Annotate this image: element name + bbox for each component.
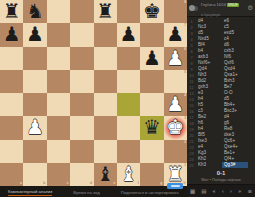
move-number: 18 — [187, 121, 196, 126]
file-coord-a: a — [20, 182, 22, 185]
square-d8[interactable] — [70, 0, 93, 23]
square-g7[interactable] — [140, 23, 163, 46]
square-c6[interactable] — [47, 47, 70, 70]
move-number: 20 — [187, 133, 196, 138]
move-number: 7 — [187, 55, 196, 60]
engine-info: Глубина 16/16NNUE в браузере — [201, 0, 247, 18]
square-a3[interactable] — [0, 116, 23, 139]
square-c2[interactable] — [47, 140, 70, 163]
square-f8[interactable] — [117, 0, 140, 23]
square-d2[interactable] — [70, 140, 93, 163]
square-d7[interactable] — [70, 23, 93, 46]
square-h7[interactable]: ♟7 — [164, 23, 187, 46]
next-move-icon[interactable]: › — [230, 185, 232, 197]
black-pawn-h7[interactable]: ♟ — [166, 23, 184, 46]
move-number: 19 — [187, 127, 196, 132]
move-list: 1d4e62Nc3c53d5exd54Nxd5c45Bf4d66b4cxb37a… — [187, 17, 255, 169]
square-g2[interactable] — [140, 140, 163, 163]
black-king-g8[interactable]: ♚ — [143, 0, 161, 23]
chess-board[interactable]: ♜♞♜♚8♟♟♟♟7♟♟65♟4♟♛♚32abcd♝e♝fg♜1h — [0, 0, 187, 186]
white-pawn-b3[interactable]: ♟ — [26, 116, 44, 139]
move-number: 6 — [187, 49, 196, 54]
square-b2[interactable] — [23, 140, 46, 163]
move-number: 4 — [187, 37, 196, 42]
square-e5[interactable] — [94, 70, 117, 93]
engine-toggle[interactable] — [189, 6, 198, 11]
square-c3[interactable] — [47, 116, 70, 139]
square-e1[interactable]: ♝e — [94, 163, 117, 186]
square-a4[interactable] — [0, 93, 23, 116]
move-number: 1 — [187, 19, 196, 24]
square-b8[interactable]: ♞ — [23, 0, 46, 23]
move-number: 17 — [187, 115, 196, 120]
file-coord-d: d — [90, 182, 92, 185]
move-number: 5 — [187, 43, 196, 48]
square-b5[interactable] — [23, 70, 46, 93]
square-c5[interactable] — [47, 70, 70, 93]
move-number: 3 — [187, 31, 196, 36]
square-f4[interactable] — [117, 93, 140, 116]
square-g5[interactable] — [140, 70, 163, 93]
blue-badge-glyph — [171, 185, 180, 187]
move-25-white[interactable]: Kh3 — [196, 162, 222, 168]
square-e8[interactable]: ♜ — [94, 0, 117, 23]
square-g1[interactable]: g — [140, 163, 163, 186]
gear-icon[interactable]: ⚙ — [247, 4, 253, 12]
square-d4[interactable] — [70, 93, 93, 116]
black-pawn-g6[interactable]: ♟ — [143, 47, 161, 70]
square-h6[interactable]: ♟6 — [164, 47, 187, 70]
tab-computer-analysis[interactable]: Компьютерный анализ — [8, 187, 52, 196]
last-move-icon[interactable]: » — [238, 185, 241, 197]
square-a2[interactable] — [0, 140, 23, 163]
square-f3[interactable] — [117, 116, 140, 139]
square-b3[interactable]: ♟ — [23, 116, 46, 139]
move-number: 13 — [187, 91, 196, 96]
board-area: ♜♞♜♚8♟♟♟♟7♟♟65♟4♟♛♚32abcd♝e♝fg♜1h Компью… — [0, 0, 187, 197]
square-h8[interactable]: 8 — [164, 0, 187, 23]
first-move-icon[interactable]: « — [212, 185, 215, 197]
square-d5[interactable] — [70, 70, 93, 93]
file-coord-e: e — [114, 182, 116, 185]
rank-coord-6: 6 — [184, 48, 186, 51]
file-coord-h: h — [184, 182, 186, 185]
move-number: 10 — [187, 73, 196, 78]
white-pawn-h6[interactable]: ♟ — [166, 47, 184, 70]
square-d6[interactable] — [70, 47, 93, 70]
square-b6[interactable] — [23, 47, 46, 70]
move-number: 9 — [187, 67, 196, 72]
move-number: 14 — [187, 97, 196, 102]
white-bishop-f1[interactable]: ♝ — [120, 163, 138, 186]
result-block: 0-1 Мат • Победа чёрных — [187, 169, 255, 185]
black-bishop-e1[interactable]: ♝ — [96, 163, 114, 186]
square-g3[interactable]: ♛ — [140, 116, 163, 139]
square-e7[interactable] — [94, 23, 117, 46]
rank-coord-8: 8 — [184, 1, 186, 4]
black-rook-a8[interactable]: ♜ — [3, 0, 21, 23]
square-g4[interactable] — [140, 93, 163, 116]
rank-coord-1: 1 — [184, 164, 186, 167]
engine-header: Глубина 16/16NNUE в браузере ⚙ — [187, 0, 255, 17]
file-coord-f: f — [138, 182, 139, 185]
prev-move-icon[interactable]: ‹ — [222, 185, 224, 197]
square-f6[interactable] — [117, 47, 140, 70]
white-king-h3[interactable]: ♚ — [166, 116, 184, 139]
move-number: 12 — [187, 85, 196, 90]
square-a6[interactable] — [0, 47, 23, 70]
white-pawn-h4[interactable]: ♟ — [166, 93, 184, 116]
square-d1[interactable]: d — [70, 163, 93, 186]
square-h2[interactable]: 2 — [164, 140, 187, 163]
rank-coord-4: 4 — [184, 94, 186, 97]
square-a7[interactable]: ♟ — [0, 23, 23, 46]
move-number: 21 — [187, 139, 196, 144]
square-g6[interactable]: ♟ — [140, 47, 163, 70]
square-c8[interactable] — [47, 0, 70, 23]
rank-coord-2: 2 — [184, 141, 186, 144]
tools-icon[interactable]: ▦ — [190, 185, 195, 197]
black-knight-b8[interactable]: ♞ — [26, 0, 44, 23]
square-c4[interactable] — [47, 93, 70, 116]
move-number: 23 — [187, 151, 196, 156]
engine-toggle-knob — [189, 5, 195, 11]
square-f2[interactable] — [117, 140, 140, 163]
move-panel: Глубина 16/16NNUE в браузере ⚙ 1d4e62Nc3… — [187, 0, 255, 197]
square-h3[interactable]: ♚3 — [164, 116, 187, 139]
square-b1[interactable]: b — [23, 163, 46, 186]
square-a5[interactable] — [0, 70, 23, 93]
square-e6[interactable] — [94, 47, 117, 70]
menu-icon[interactable]: ≡ — [247, 185, 252, 197]
move-number: 15 — [187, 103, 196, 108]
black-rook-e8[interactable]: ♜ — [96, 0, 114, 23]
move-number: 8 — [187, 61, 196, 66]
file-coord-g: g — [160, 182, 162, 185]
square-a1[interactable]: a — [0, 163, 23, 186]
move-number: 24 — [187, 157, 196, 162]
square-e2[interactable] — [94, 140, 117, 163]
rank-coord-7: 7 — [184, 24, 186, 27]
file-coord-c: c — [67, 182, 69, 185]
underboard-tabs: Компьютерный анализВремя на ходПоделитьс… — [0, 186, 187, 197]
blue-corner-badge[interactable] — [167, 183, 183, 189]
square-e3[interactable] — [94, 116, 117, 139]
tab-move-times[interactable]: Время на ход — [73, 188, 99, 196]
rank-coord-5: 5 — [184, 71, 186, 74]
move-number: 11 — [187, 79, 196, 84]
square-f7[interactable]: ♟ — [117, 23, 140, 46]
square-c1[interactable]: c — [47, 163, 70, 186]
book-icon[interactable]: ▤ — [201, 185, 206, 197]
move-number: 2 — [187, 25, 196, 30]
black-pawn-b7[interactable]: ♟ — [26, 23, 44, 46]
rank-coord-3: 3 — [184, 117, 186, 120]
move-row-25: 25Kh3Qg3# — [187, 162, 255, 168]
move-number: 25 — [187, 163, 196, 168]
engine-depth-text: Глубина 16/16NNUE — [201, 3, 239, 7]
square-c7[interactable] — [47, 23, 70, 46]
square-a8[interactable]: ♜ — [0, 0, 23, 23]
square-b7[interactable]: ♟ — [23, 23, 46, 46]
move-number: 16 — [187, 109, 196, 114]
square-e4[interactable] — [94, 93, 117, 116]
square-f5[interactable] — [117, 70, 140, 93]
nnue-badge: NNUE — [227, 3, 239, 7]
file-coord-b: b — [43, 182, 45, 185]
analysis-app: ♜♞♜♚8♟♟♟♟7♟♟65♟4♟♛♚32abcd♝e♝fg♜1h Компью… — [0, 0, 255, 197]
move-25-black[interactable]: Qg3# — [222, 162, 248, 168]
move-number: 22 — [187, 145, 196, 150]
square-d3[interactable] — [70, 116, 93, 139]
black-queen-g3[interactable]: ♛ — [143, 116, 161, 139]
square-h5[interactable]: 5 — [164, 70, 187, 93]
square-h4[interactable]: ♟4 — [164, 93, 187, 116]
black-pawn-f7[interactable]: ♟ — [120, 23, 138, 46]
square-f1[interactable]: ♝f — [117, 163, 140, 186]
square-b4[interactable] — [23, 93, 46, 116]
result-status: Мат • Победа чёрных — [187, 177, 255, 182]
analysis-controls: ▦▤«‹›»≡ — [187, 184, 255, 197]
result-score: 0-1 — [187, 170, 255, 177]
square-g8[interactable]: ♚ — [140, 0, 163, 23]
black-pawn-a7[interactable]: ♟ — [3, 23, 21, 46]
